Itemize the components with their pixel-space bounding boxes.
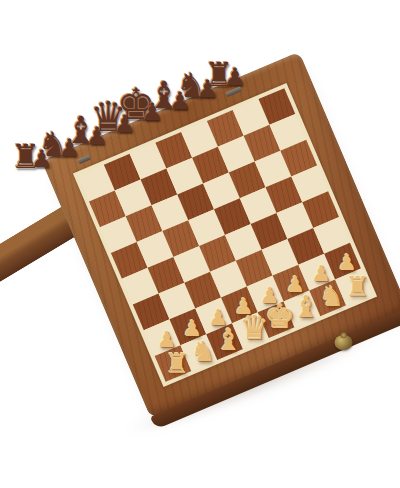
chess-board-box: ♜♟♞♟♝♟♛♟♚♟♝♟♞♟♜♟ ♟♟♟♟♟♟♟♟♜♞♝♛♚♝♞♜: [41, 51, 400, 418]
white-rook[interactable]: ♜: [165, 350, 189, 377]
black-pawn-offboard[interactable]: ♟: [197, 77, 219, 101]
black-pawn-offboard[interactable]: ♟: [224, 65, 246, 89]
black-pawn-offboard[interactable]: ♟: [114, 112, 136, 136]
white-rook[interactable]: ♜: [346, 273, 370, 300]
white-knight[interactable]: ♞: [319, 283, 344, 311]
white-king[interactable]: ♚: [265, 299, 295, 333]
black-pawn-offboard[interactable]: ♟: [31, 147, 53, 171]
black-pawn-offboard[interactable]: ♟: [86, 124, 108, 148]
black-pawn-offboard[interactable]: ♟: [142, 100, 164, 124]
white-bishop[interactable]: ♝: [293, 292, 320, 322]
black-pawn-offboard[interactable]: ♟: [169, 89, 191, 113]
brass-latch: [335, 335, 353, 350]
white-knight[interactable]: ♞: [190, 338, 215, 366]
product-photo-canvas: ♜♟♞♟♝♟♛♟♚♟♝♟♞♟♜♟ ♟♟♟♟♟♟♟♟♜♞♝♛♚♝♞♜: [0, 0, 400, 488]
white-bishop[interactable]: ♝: [215, 325, 242, 355]
black-pawn-offboard[interactable]: ♟: [59, 136, 81, 160]
